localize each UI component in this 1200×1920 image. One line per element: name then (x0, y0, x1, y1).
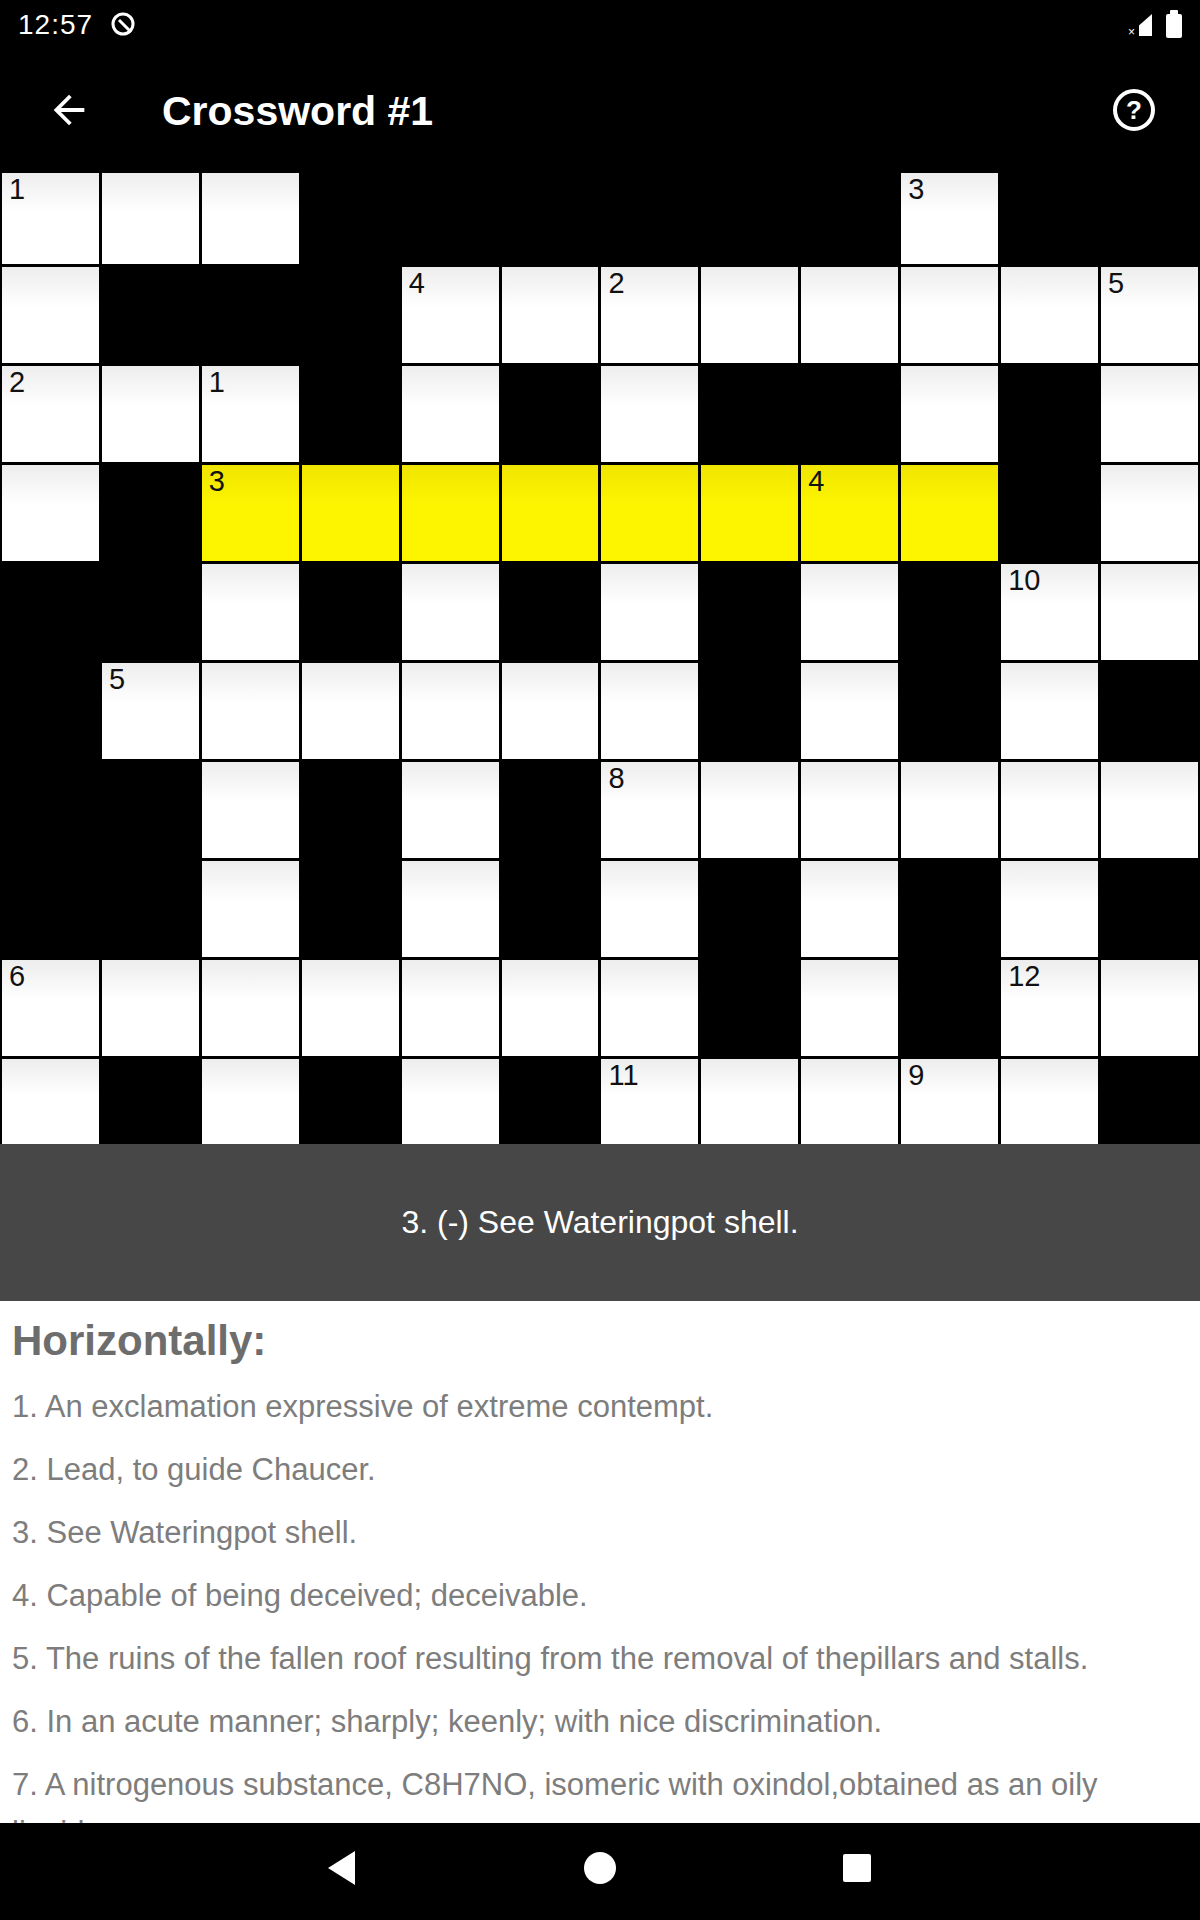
grid-cell-r8c11[interactable] (1001, 861, 1098, 957)
grid-cell-r4c10[interactable] (901, 465, 998, 561)
grid-cell-r2c1[interactable] (2, 267, 99, 363)
grid-cell-r8c4 (302, 861, 399, 957)
grid-cell-r7c7[interactable]: 8 (601, 762, 698, 858)
grid-cell-r4c7[interactable] (601, 465, 698, 561)
grid-cell-r6c6[interactable] (502, 663, 599, 759)
grid-cell-r9c11[interactable]: 12 (1001, 960, 1098, 1056)
page-title: Crossword #1 (162, 88, 433, 135)
grid-cell-r5c8 (701, 564, 798, 660)
grid-cell-r10c11[interactable] (1001, 1059, 1098, 1144)
grid-cell-r8c5[interactable] (402, 861, 499, 957)
grid-cell-r3c7[interactable] (601, 366, 698, 462)
grid-cell-r1c1[interactable]: 1 (2, 173, 99, 264)
grid-cell-r3c8 (701, 366, 798, 462)
cell-number: 1 (209, 366, 225, 399)
grid-cell-r2c12[interactable]: 5 (1101, 267, 1198, 363)
grid-cell-r6c2[interactable]: 5 (102, 663, 199, 759)
grid-cell-r6c3[interactable] (202, 663, 299, 759)
grid-cell-r6c11[interactable] (1001, 663, 1098, 759)
cell-number: 2 (608, 267, 624, 300)
grid-cell-r4c1[interactable] (2, 465, 99, 561)
grid-cell-r3c9 (801, 366, 898, 462)
battery-icon (1166, 14, 1182, 38)
grid-cell-r8c7[interactable] (601, 861, 698, 957)
clue-item-1: 1. An exclamation expressive of extreme … (12, 1383, 1186, 1431)
grid-cell-r5c11[interactable]: 10 (1001, 564, 1098, 660)
grid-cell-r1c5 (402, 173, 499, 264)
grid-cell-r7c10[interactable] (901, 762, 998, 858)
cell-number: 3 (209, 465, 225, 498)
grid-cell-r5c12[interactable] (1101, 564, 1198, 660)
arrow-left-icon (46, 87, 92, 133)
grid-cell-r2c9[interactable] (801, 267, 898, 363)
clue-list[interactable]: Horizontally: 1. An exclamation expressi… (0, 1301, 1200, 1823)
grid-cell-r2c3 (202, 267, 299, 363)
clue-item-2: 2. Lead, to guide Chaucer. (12, 1446, 1186, 1494)
grid-cell-r7c1 (2, 762, 99, 858)
grid-cell-r5c2 (102, 564, 199, 660)
grid-cell-r10c12 (1101, 1059, 1198, 1144)
grid-cell-r3c12[interactable] (1101, 366, 1198, 462)
grid-cell-r4c12[interactable] (1101, 465, 1198, 561)
grid-cell-r8c6 (502, 861, 599, 957)
grid-cell-r3c10[interactable] (901, 366, 998, 462)
grid-cell-r5c9[interactable] (801, 564, 898, 660)
grid-cell-r7c3[interactable] (202, 762, 299, 858)
grid-cell-r10c4 (302, 1059, 399, 1144)
grid-cell-r4c5[interactable] (402, 465, 499, 561)
grid-cell-r8c10 (901, 861, 998, 957)
grid-cell-r2c5[interactable]: 4 (402, 267, 499, 363)
grid-cell-r9c5[interactable] (402, 960, 499, 1056)
grid-cell-r7c4 (302, 762, 399, 858)
grid-cell-r10c5[interactable] (402, 1059, 499, 1144)
grid-cell-r9c10 (901, 960, 998, 1056)
cell-number: 5 (109, 663, 125, 696)
nav-home-icon[interactable] (584, 1852, 616, 1884)
grid-cell-r2c2 (102, 267, 199, 363)
grid-cell-r4c11 (1001, 465, 1098, 561)
grid-cell-r9c8 (701, 960, 798, 1056)
svg-text:×: × (1128, 25, 1135, 38)
grid-cell-r7c5[interactable] (402, 762, 499, 858)
grid-cell-r9c4[interactable] (302, 960, 399, 1056)
grid-cell-r1c4 (302, 173, 399, 264)
nav-back-icon[interactable] (328, 1851, 355, 1885)
grid-cell-r2c10[interactable] (901, 267, 998, 363)
grid-cell-r2c11[interactable] (1001, 267, 1098, 363)
grid-cell-r7c6 (502, 762, 599, 858)
grid-cell-r9c7[interactable] (601, 960, 698, 1056)
grid-cell-r7c9[interactable] (801, 762, 898, 858)
grid-cell-r4c9[interactable]: 4 (801, 465, 898, 561)
grid-cell-r1c3[interactable] (202, 173, 299, 264)
grid-cell-r10c1[interactable] (2, 1059, 99, 1144)
clue-item-3: 3. See Wateringpot shell. (12, 1509, 1186, 1557)
grid-cell-r10c6 (502, 1059, 599, 1144)
grid-cell-r6c9[interactable] (801, 663, 898, 759)
clue-item-5: 5. The ruins of the fallen roof resultin… (12, 1635, 1186, 1683)
grid-cell-r5c3[interactable] (202, 564, 299, 660)
grid-cell-r7c11[interactable] (1001, 762, 1098, 858)
grid-cell-r9c6[interactable] (502, 960, 599, 1056)
grid-cell-r8c12 (1101, 861, 1198, 957)
grid-cell-r10c3[interactable] (202, 1059, 299, 1144)
cell-number: 10 (1008, 564, 1040, 597)
grid-cell-r1c6 (502, 173, 599, 264)
grid-cell-r8c2 (102, 861, 199, 957)
cell-number: 9 (908, 1059, 924, 1092)
cell-number: 1 (9, 173, 25, 206)
header: 12:57 × Crossword #1 ? (0, 0, 1200, 173)
grid-cell-r1c8 (701, 173, 798, 264)
cell-number: 5 (1108, 267, 1124, 300)
grid-cell-r6c7[interactable] (601, 663, 698, 759)
crossword-app-screen: 12:57 × Crossword #1 ? 13425213410586121… (0, 0, 1200, 1920)
grid-cell-r9c3[interactable] (202, 960, 299, 1056)
grid-cell-r5c4 (302, 564, 399, 660)
back-button[interactable] (46, 87, 94, 135)
help-button[interactable]: ? (1113, 89, 1155, 131)
grid-cell-r9c1[interactable]: 6 (2, 960, 99, 1056)
grid-cell-r2c7[interactable]: 2 (601, 267, 698, 363)
grid-cell-r5c10 (901, 564, 998, 660)
grid-cell-r3c3[interactable]: 1 (202, 366, 299, 462)
grid-cell-r4c6[interactable] (502, 465, 599, 561)
grid-cell-r10c10[interactable]: 9 (901, 1059, 998, 1144)
grid-cell-r9c9[interactable] (801, 960, 898, 1056)
grid-cell-r5c6 (502, 564, 599, 660)
grid-cell-r2c8[interactable] (701, 267, 798, 363)
status-time: 12:57 (18, 9, 93, 41)
grid-cell-r1c10[interactable]: 3 (901, 173, 998, 264)
grid-cell-r5c7[interactable] (601, 564, 698, 660)
cell-number: 11 (608, 1059, 638, 1092)
cell-number: 8 (608, 762, 624, 795)
grid-cell-r1c12 (1101, 173, 1198, 264)
grid-cell-r8c3[interactable] (202, 861, 299, 957)
cell-number: 6 (9, 960, 25, 993)
crossword-grid: 1342521341058612119 (0, 173, 1200, 1144)
grid-cell-r10c2 (102, 1059, 199, 1144)
grid-cell-r1c2[interactable] (102, 173, 199, 264)
clue-item-6: 6. In an acute manner; sharply; keenly; … (12, 1698, 1186, 1746)
grid-cell-r10c9[interactable] (801, 1059, 898, 1144)
grid-cell-r3c11 (1001, 366, 1098, 462)
cell-number: 12 (1008, 960, 1040, 993)
grid-cell-r3c2[interactable] (102, 366, 199, 462)
nav-recents-icon[interactable] (843, 1854, 871, 1882)
grid-cell-r6c4[interactable] (302, 663, 399, 759)
grid-cell-r7c8[interactable] (701, 762, 798, 858)
cell-number: 3 (908, 173, 924, 206)
grid-cell-r5c1 (2, 564, 99, 660)
grid-cell-r8c9[interactable] (801, 861, 898, 957)
grid-cell-r1c11 (1001, 173, 1098, 264)
grid-cell-r4c3[interactable]: 3 (202, 465, 299, 561)
grid-cell-r6c1 (2, 663, 99, 759)
active-clue-bar[interactable]: 3. (-) See Wateringpot shell. (0, 1144, 1200, 1301)
grid-cell-r7c2 (102, 762, 199, 858)
grid-cell-r4c2 (102, 465, 199, 561)
grid-cell-r4c8[interactable] (701, 465, 798, 561)
cell-number: 4 (409, 267, 425, 300)
cell-number: 4 (808, 465, 824, 498)
grid-cell-r1c7 (601, 173, 698, 264)
rotate-lock-icon (110, 11, 137, 42)
grid-cell-r8c1 (2, 861, 99, 957)
grid-cell-r3c5[interactable] (402, 366, 499, 462)
grid-cell-r3c1[interactable]: 2 (2, 366, 99, 462)
grid-cell-r4c4[interactable] (302, 465, 399, 561)
grid-cell-r8c8 (701, 861, 798, 957)
grid-cell-r9c2[interactable] (102, 960, 199, 1056)
clue-item-7: 7. A nitrogenous substance, C8H7NO, isom… (12, 1761, 1186, 1823)
clue-item-4: 4. Capable of being deceived; deceivable… (12, 1572, 1186, 1620)
grid-cell-r6c5[interactable] (402, 663, 499, 759)
grid-cell-r10c8[interactable] (701, 1059, 798, 1144)
grid-cell-r2c4 (302, 267, 399, 363)
clues-heading: Horizontally: (12, 1317, 1186, 1365)
grid-cell-r3c4 (302, 366, 399, 462)
no-signal-icon: × (1124, 11, 1154, 42)
grid-cell-r6c12 (1101, 663, 1198, 759)
grid-cell-r9c12[interactable] (1101, 960, 1198, 1056)
grid-cell-r10c7[interactable]: 11 (601, 1059, 698, 1144)
grid-cell-r2c6[interactable] (502, 267, 599, 363)
grid-cell-r3c6 (502, 366, 599, 462)
cell-number: 2 (9, 366, 25, 399)
grid-cell-r5c5[interactable] (402, 564, 499, 660)
grid-cell-r6c10 (901, 663, 998, 759)
grid-cell-r7c12[interactable] (1101, 762, 1198, 858)
grid-cell-r1c9 (801, 173, 898, 264)
grid-cell-r6c8 (701, 663, 798, 759)
active-clue-text: 3. (-) See Wateringpot shell. (401, 1204, 798, 1241)
